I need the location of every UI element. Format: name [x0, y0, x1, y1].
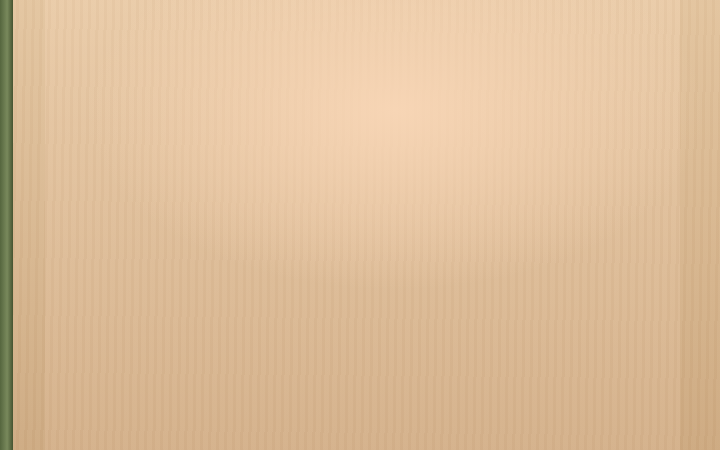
table-background-left [0, 0, 13, 450]
xiangqi-game-screen: 万宁象棋大招版 鸟翔 云垂 炮卒馬卒馬卒炮卒卒卒砲卒卒卒卒兵砲車卒卒兵兵兵仕 [0, 0, 720, 450]
table-background-right [708, 0, 720, 450]
board-wood [0, 0, 720, 450]
